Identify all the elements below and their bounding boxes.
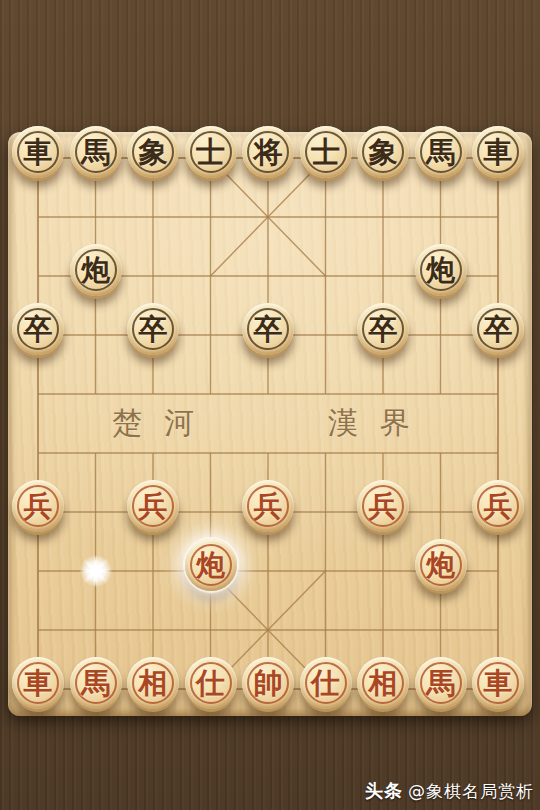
piece-black-soldier[interactable]: 卒 [12, 303, 64, 355]
piece-red-horse[interactable]: 馬 [70, 657, 122, 709]
piece-glyph: 卒 [242, 303, 294, 355]
piece-black-general[interactable]: 将 [242, 126, 294, 178]
piece-glyph: 卒 [472, 303, 524, 355]
piece-glyph: 兵 [12, 480, 64, 532]
piece-red-soldier[interactable]: 兵 [357, 480, 409, 532]
piece-black-horse[interactable]: 馬 [70, 126, 122, 178]
piece-glyph: 車 [12, 657, 64, 709]
piece-glyph: 馬 [415, 126, 467, 178]
piece-glyph: 相 [357, 657, 409, 709]
piece-glyph: 象 [127, 126, 179, 178]
piece-glyph: 相 [127, 657, 179, 709]
piece-glyph: 卒 [127, 303, 179, 355]
piece-red-elephant[interactable]: 相 [357, 657, 409, 709]
piece-black-cannon[interactable]: 炮 [70, 244, 122, 296]
watermark: 头条@象棋名局赏析 [365, 779, 534, 803]
piece-glyph: 馬 [415, 657, 467, 709]
piece-glyph: 士 [185, 126, 237, 178]
piece-black-chariot[interactable]: 車 [472, 126, 524, 178]
piece-red-advisor[interactable]: 仕 [185, 657, 237, 709]
piece-red-chariot[interactable]: 車 [12, 657, 64, 709]
piece-black-horse[interactable]: 馬 [415, 126, 467, 178]
piece-black-elephant[interactable]: 象 [127, 126, 179, 178]
piece-glyph: 車 [472, 657, 524, 709]
river-label-right: 漢界 [328, 403, 432, 437]
piece-glyph: 象 [357, 126, 409, 178]
piece-glyph: 炮 [185, 539, 237, 591]
piece-glyph: 炮 [70, 244, 122, 296]
piece-glyph: 将 [242, 126, 294, 178]
piece-glyph: 馬 [70, 126, 122, 178]
piece-red-soldier[interactable]: 兵 [127, 480, 179, 532]
piece-black-soldier[interactable]: 卒 [472, 303, 524, 355]
watermark-handle: @象棋名局赏析 [408, 781, 534, 801]
piece-red-soldier[interactable]: 兵 [242, 480, 294, 532]
piece-black-advisor[interactable]: 士 [300, 126, 352, 178]
piece-glyph: 仕 [185, 657, 237, 709]
piece-glyph: 炮 [415, 539, 467, 591]
xiangqi-board[interactable]: 楚河 漢界 [8, 132, 532, 716]
piece-glyph: 馬 [70, 657, 122, 709]
piece-glyph: 兵 [242, 480, 294, 532]
piece-glyph: 卒 [12, 303, 64, 355]
piece-red-chariot[interactable]: 車 [472, 657, 524, 709]
piece-black-elephant[interactable]: 象 [357, 126, 409, 178]
piece-black-soldier[interactable]: 卒 [127, 303, 179, 355]
piece-glyph: 仕 [300, 657, 352, 709]
piece-red-advisor[interactable]: 仕 [300, 657, 352, 709]
piece-glyph: 兵 [127, 480, 179, 532]
piece-red-soldier[interactable]: 兵 [12, 480, 64, 532]
game-screen: 楚河 漢界 車馬象士将士象馬車炮炮卒卒卒卒卒兵兵兵兵兵炮炮車馬相仕帥仕相馬車 头… [0, 0, 540, 810]
board-grid [8, 132, 532, 716]
piece-glyph: 士 [300, 126, 352, 178]
piece-glyph: 炮 [415, 244, 467, 296]
piece-glyph: 車 [12, 126, 64, 178]
piece-glyph: 帥 [242, 657, 294, 709]
piece-black-advisor[interactable]: 士 [185, 126, 237, 178]
piece-red-cannon[interactable]: 炮 [185, 539, 237, 591]
piece-red-general[interactable]: 帥 [242, 657, 294, 709]
piece-black-soldier[interactable]: 卒 [242, 303, 294, 355]
piece-black-chariot[interactable]: 車 [12, 126, 64, 178]
piece-red-horse[interactable]: 馬 [415, 657, 467, 709]
watermark-brand: 头条 [365, 780, 403, 801]
piece-glyph: 兵 [357, 480, 409, 532]
piece-red-elephant[interactable]: 相 [127, 657, 179, 709]
piece-black-cannon[interactable]: 炮 [415, 244, 467, 296]
piece-glyph: 兵 [472, 480, 524, 532]
piece-black-soldier[interactable]: 卒 [357, 303, 409, 355]
river-label-left: 楚河 [112, 403, 216, 437]
piece-glyph: 卒 [357, 303, 409, 355]
piece-glyph: 車 [472, 126, 524, 178]
piece-red-cannon[interactable]: 炮 [415, 539, 467, 591]
piece-red-soldier[interactable]: 兵 [472, 480, 524, 532]
